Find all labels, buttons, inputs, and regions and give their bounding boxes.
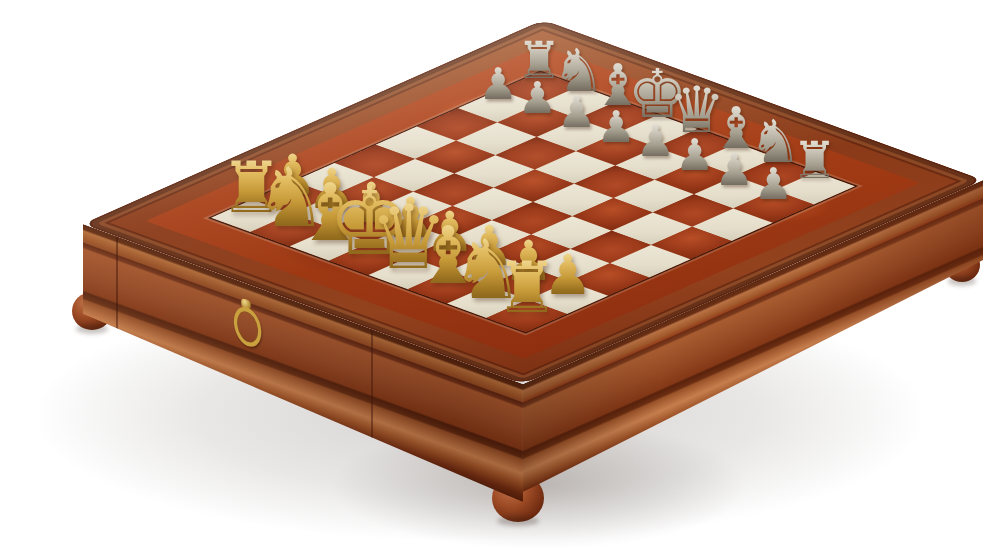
product-photo-scene: ♜♞♝♚♛♝♞♜♟♟♟♟♟♟♟♟♟♟♟♟♟♟♟♟♜♞♝♚♛♝♞♜	[0, 0, 1000, 557]
ring-loop	[232, 305, 263, 349]
drawer-ring-pull	[232, 294, 259, 344]
